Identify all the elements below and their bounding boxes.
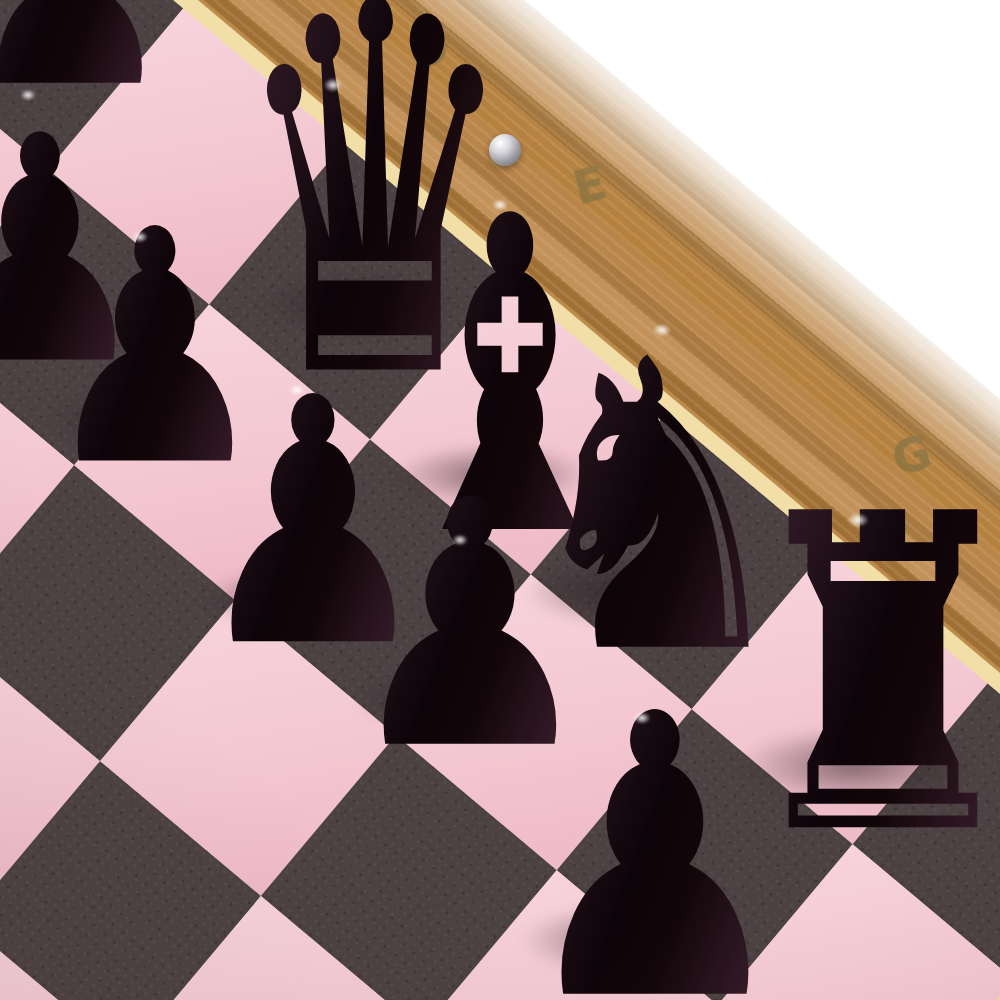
gloss-highlight-e7	[286, 382, 308, 398]
gloss-highlight-f7	[449, 532, 471, 548]
gloss-highlight-d7	[129, 229, 151, 245]
piece-pawn-g7[interactable]: ♟	[515, 664, 795, 1000]
gloss-highlight-g7	[630, 710, 654, 727]
gloss-highlight-e8	[489, 197, 511, 213]
pieces-layer: ♟♟♟♛♝♟♞♟♜♟	[0, 0, 1000, 1000]
gloss-highlight-f8	[649, 321, 675, 339]
gloss-highlight-c7	[17, 87, 39, 103]
gloss-highlight-d8	[320, 75, 346, 95]
chess-board-photo: DEG ♟♟♟♛♝♟♞♟♜♟	[0, 0, 1000, 1000]
silver-finial-icon	[489, 134, 521, 166]
gloss-highlight-g8	[843, 510, 873, 530]
